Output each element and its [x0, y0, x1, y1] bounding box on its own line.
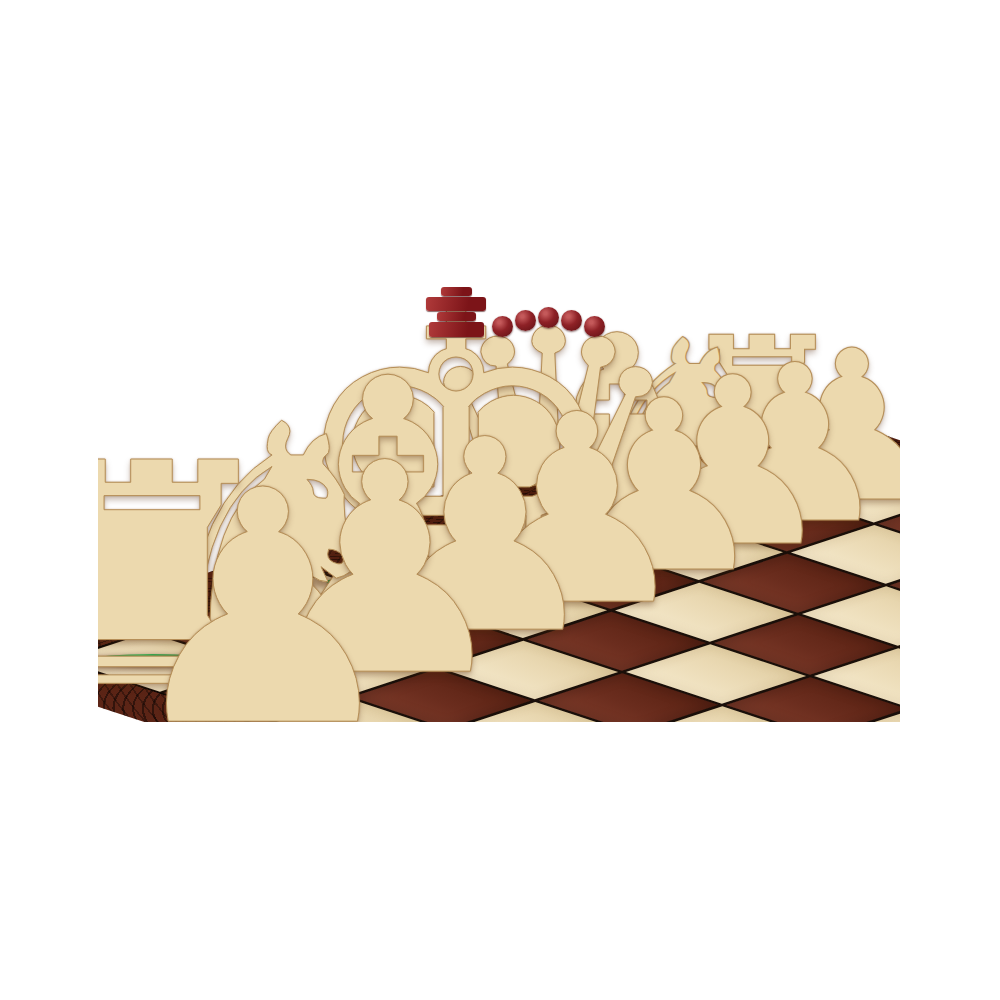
pawn-glyph: ♟: [119, 449, 408, 722]
photo-canvas: ♜♞♝♚♛♝♞♜♟♟♟♟♟♟♟♟: [0, 0, 1000, 1000]
chess-photo-scene: ♜♞♝♚♛♝♞♜♟♟♟♟♟♟♟♟: [98, 278, 900, 722]
piece-white-pawn-h2[interactable]: ♟: [174, 513, 352, 700]
